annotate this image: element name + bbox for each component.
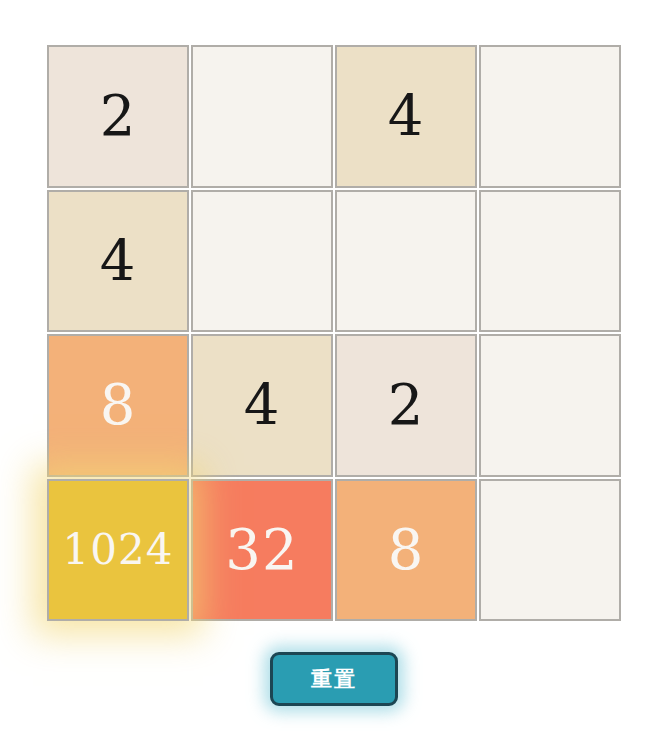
reset-button[interactable]: 重置 <box>270 652 398 706</box>
tile-1024: 1024 <box>47 479 189 622</box>
empty-cell <box>335 190 477 333</box>
empty-cell <box>479 45 621 188</box>
controls-row: 重置 <box>0 652 668 706</box>
tile-value: 4 <box>388 88 425 144</box>
game-board[interactable]: 2448421024328 <box>47 45 621 621</box>
tile-value: 2 <box>100 88 137 144</box>
empty-cell <box>479 334 621 477</box>
tile-value: 4 <box>244 377 281 433</box>
tile-value: 32 <box>225 522 298 578</box>
tile-4: 4 <box>191 334 333 477</box>
tile-4: 4 <box>335 45 477 188</box>
tile-4: 4 <box>47 190 189 333</box>
tile-value: 4 <box>100 233 137 289</box>
tile-value: 8 <box>100 377 137 433</box>
empty-cell <box>479 479 621 622</box>
tile-value: 8 <box>388 522 425 578</box>
tile-2: 2 <box>335 334 477 477</box>
tile-32: 32 <box>191 479 333 622</box>
empty-cell <box>191 45 333 188</box>
tile-value: 2 <box>388 377 425 433</box>
tile-2: 2 <box>47 45 189 188</box>
tile-8: 8 <box>47 334 189 477</box>
tile-8: 8 <box>335 479 477 622</box>
empty-cell <box>191 190 333 333</box>
empty-cell <box>479 190 621 333</box>
tile-value: 1024 <box>63 529 174 571</box>
2048-page: 2448421024328 重置 <box>0 0 668 740</box>
